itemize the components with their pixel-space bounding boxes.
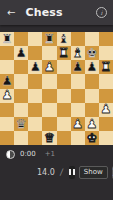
square-d8[interactable]: ♜ [42,32,56,46]
piece-black-pawn: ♟ [16,46,27,59]
square-e6[interactable] [57,60,71,74]
engine-value: 14.0 [37,168,55,177]
square-d5[interactable] [42,74,56,88]
square-b2[interactable]: ♛ [14,117,28,131]
square-g2[interactable]: ♟ [85,117,99,131]
square-f7[interactable]: ♝ [71,46,85,60]
square-e8[interactable]: ♝ [57,32,71,46]
piece-white-king: ♚ [86,131,97,144]
square-a4[interactable]: ♟ [0,89,14,103]
square-b7[interactable]: ♟ [14,46,28,60]
square-d4[interactable] [42,89,56,103]
piece-white-pawn: ♟ [44,61,55,74]
square-g8[interactable] [85,32,99,46]
square-b3[interactable] [14,103,28,117]
piece-white-queen: ♛ [44,131,55,144]
square-g4[interactable] [85,89,99,103]
square-g1[interactable]: ♚ [85,131,99,145]
square-d7[interactable] [42,46,56,60]
chess-board: ♜♜♝♟♜♝♚♟♟♟♟♜♟♟♟♛♟♟♛♚ [0,32,113,145]
status-line: 0:00 +1 [6,149,113,159]
bottom-controls: 0:00 +1 14.0 / Show ❯ [0,145,113,200]
square-g6[interactable]: ♟ [85,60,99,74]
piece-white-pawn: ♟ [1,89,12,102]
piece-black-pawn: ♟ [30,61,41,74]
square-d6[interactable]: ♟ [42,60,56,74]
square-c2[interactable] [28,117,42,131]
square-h8[interactable] [99,32,113,46]
square-a1[interactable] [0,131,14,145]
square-g7[interactable]: ♚ [85,46,99,60]
square-b5[interactable] [14,74,28,88]
square-e4[interactable] [57,89,71,103]
square-c8[interactable] [28,32,42,46]
square-c4[interactable] [28,89,42,103]
square-h5[interactable] [99,74,113,88]
square-f2[interactable]: ♟ [71,117,85,131]
page-title: Chess [25,6,62,19]
clock-value: 0:00 [20,150,36,158]
increment-value: +1 [45,150,55,158]
square-a7[interactable] [0,46,14,60]
piece-white-pawn: ♟ [86,117,97,130]
square-b1[interactable] [14,131,28,145]
square-f3[interactable] [71,103,85,117]
show-button[interactable]: Show [79,166,108,179]
engine-line: 14.0 / Show ❯ [37,165,113,179]
square-h6[interactable]: ♜ [99,60,113,74]
top-bar: ← Chess i [0,0,113,25]
square-d2[interactable] [42,117,56,131]
piece-black-pawn: ♟ [86,61,97,74]
piece-black-queen: ♛ [16,117,27,130]
square-g5[interactable] [85,74,99,88]
square-h3[interactable]: ♟ [99,103,113,117]
square-a5[interactable]: ♟ [0,74,14,88]
square-e7[interactable]: ♜ [57,46,71,60]
square-f8[interactable] [71,32,85,46]
piece-white-pawn: ♟ [100,103,111,116]
square-h2[interactable] [99,117,113,131]
square-h1[interactable] [99,131,113,145]
square-a3[interactable] [0,103,14,117]
piece-white-bishop: ♝ [72,46,83,59]
square-a2[interactable] [0,117,14,131]
square-d1[interactable]: ♛ [42,131,56,145]
piece-white-pawn: ♟ [72,117,83,130]
piece-white-rook: ♜ [58,46,69,59]
square-b8[interactable] [14,32,28,46]
pause-button[interactable] [69,166,75,179]
square-h4[interactable] [99,89,113,103]
square-f1[interactable] [71,131,85,145]
edit-icon[interactable]: / [59,167,63,177]
piece-white-rook: ♜ [100,61,111,74]
board-area: ♜♜♝♟♜♝♚♟♟♟♟♜♟♟♟♛♟♟♛♚ [0,32,113,145]
piece-black-king: ♚ [86,46,97,59]
piece-black-rook: ♜ [1,32,12,45]
next-move-button[interactable]: ❯ [112,166,113,179]
pause-icon [69,169,71,175]
piece-black-rook: ♜ [44,32,55,45]
square-c7[interactable] [28,46,42,60]
square-c5[interactable] [28,74,42,88]
square-f5[interactable] [71,74,85,88]
info-icon[interactable]: i [96,7,107,18]
square-f6[interactable]: ♟ [71,60,85,74]
square-g3[interactable] [85,103,99,117]
square-a8[interactable]: ♜ [0,32,14,46]
square-e1[interactable] [57,131,71,145]
square-f4[interactable] [71,89,85,103]
square-e2[interactable] [57,117,71,131]
chess-app: ← Chess i ♜♜♝♟♜♝♚♟♟♟♟♜♟♟♟♛♟♟♛♚ 0:00 +1 1… [0,0,113,200]
square-a6[interactable] [0,60,14,74]
piece-black-pawn: ♟ [1,75,12,88]
square-d3[interactable] [42,103,56,117]
piece-black-pawn: ♟ [72,61,83,74]
square-e5[interactable] [57,74,71,88]
side-to-move-icon [6,150,15,159]
square-b6[interactable] [14,60,28,74]
square-c1[interactable] [28,131,42,145]
square-c3[interactable] [28,103,42,117]
square-e3[interactable] [57,103,71,117]
square-c6[interactable]: ♟ [28,60,42,74]
back-icon[interactable]: ← [7,8,15,18]
square-b4[interactable] [14,89,28,103]
square-h7[interactable] [99,46,113,60]
piece-black-bishop: ♝ [58,32,69,45]
